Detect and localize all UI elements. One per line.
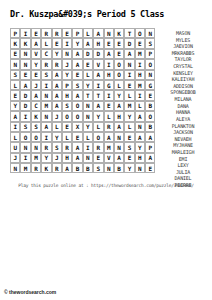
grid-cell[interactable]: S xyxy=(145,38,155,48)
grid-cell[interactable]: E xyxy=(52,38,62,48)
grid-cell[interactable]: A xyxy=(31,90,41,100)
grid-cell[interactable]: A xyxy=(135,132,145,142)
grid-cell[interactable]: E xyxy=(104,101,114,111)
word-list-item: HANNA xyxy=(156,109,210,116)
grid-cell[interactable]: M xyxy=(20,163,30,173)
grid-cell[interactable]: Y xyxy=(10,101,20,111)
grid-cell[interactable]: Y xyxy=(31,59,41,69)
grid-cell[interactable]: Y xyxy=(83,122,93,132)
grid-cell[interactable]: E xyxy=(114,49,124,59)
grid-cell[interactable]: N xyxy=(20,59,30,69)
grid-cell[interactable]: H xyxy=(104,70,114,80)
grid-cell[interactable]: A xyxy=(72,90,82,100)
grid-cell[interactable]: N xyxy=(135,122,145,132)
grid-cell[interactable]: V xyxy=(104,153,114,163)
grid-cell[interactable]: M xyxy=(41,101,51,111)
grid-cell[interactable]: N xyxy=(114,142,124,152)
word-list-item: MARLEIGH xyxy=(156,149,210,156)
grid-cell[interactable]: O xyxy=(145,111,155,121)
grid-cell[interactable]: B xyxy=(145,101,155,111)
grid-cell[interactable]: N xyxy=(41,90,51,100)
grid-cell[interactable]: H xyxy=(62,90,72,100)
grid-cell[interactable]: R xyxy=(52,28,62,38)
grid-cell[interactable]: T xyxy=(93,90,103,100)
grid-cell[interactable]: A xyxy=(52,80,62,90)
grid-cell[interactable]: H xyxy=(135,153,145,163)
word-list-item: PLANKTON xyxy=(156,123,210,130)
grid-cell[interactable]: N xyxy=(104,28,114,38)
grid-cell[interactable]: I xyxy=(20,111,30,121)
grid-cell[interactable]: G xyxy=(145,80,155,90)
grid-cell[interactable]: E xyxy=(72,132,82,142)
grid-cell[interactable]: A xyxy=(10,111,20,121)
grid-cell[interactable]: A xyxy=(83,38,93,48)
grid-cell[interactable]: J xyxy=(31,80,41,90)
grid-cell[interactable]: Y xyxy=(124,111,134,121)
grid-cell[interactable]: O xyxy=(20,132,30,142)
grid-cell[interactable]: I xyxy=(62,38,72,48)
grid-cell[interactable]: D xyxy=(20,101,30,111)
grid-cell[interactable]: A xyxy=(20,80,30,90)
grid-cell[interactable]: N xyxy=(83,153,93,163)
grid-cell[interactable]: B xyxy=(83,163,93,173)
grid-cell[interactable]: S xyxy=(31,122,41,132)
grid-cell[interactable]: I xyxy=(104,90,114,100)
grid-cell[interactable]: L xyxy=(41,38,51,48)
grid-cell[interactable]: E xyxy=(62,122,72,132)
grid-cell[interactable]: Y xyxy=(52,132,62,142)
grid-cell[interactable]: A xyxy=(145,132,155,142)
grid-cell[interactable]: M xyxy=(104,142,114,152)
grid-cell[interactable]: H xyxy=(114,111,124,121)
grid-cell[interactable]: N xyxy=(10,163,20,173)
grid-cell[interactable]: A xyxy=(93,101,103,111)
grid-cell[interactable]: R xyxy=(31,163,41,173)
grid-cell[interactable]: N xyxy=(145,28,155,38)
grid-cell[interactable]: A xyxy=(93,70,103,80)
grid-cell[interactable]: A xyxy=(62,163,72,173)
grid-cell[interactable]: A xyxy=(135,111,145,121)
grid-cell[interactable]: I xyxy=(93,80,103,90)
grid-cell[interactable]: A xyxy=(52,90,62,100)
grid-cell[interactable]: E xyxy=(72,70,82,80)
grid-cell[interactable]: S xyxy=(124,142,134,152)
grid-cell[interactable]: I xyxy=(41,132,51,142)
grid-cell[interactable]: J xyxy=(10,153,20,163)
grid-cell[interactable]: E xyxy=(10,49,20,59)
grid-cell[interactable]: S xyxy=(62,101,72,111)
grid-cell[interactable]: X xyxy=(72,122,82,132)
grid-cell[interactable]: I xyxy=(20,28,30,38)
grid-cell[interactable]: S xyxy=(72,80,82,90)
grid-cell[interactable]: J xyxy=(52,111,62,121)
grid-cell[interactable]: I xyxy=(10,122,20,132)
grid-cell[interactable]: Y xyxy=(83,80,93,90)
grid-cell[interactable]: T xyxy=(83,90,93,100)
grid-cell[interactable]: A xyxy=(31,38,41,48)
grid-cell[interactable]: H xyxy=(62,153,72,163)
grid-cell[interactable]: S xyxy=(93,163,103,173)
grid-cell[interactable]: O xyxy=(114,70,124,80)
grid-cell[interactable]: P xyxy=(72,28,82,38)
word-list-item: ADDISON xyxy=(156,83,210,90)
grid-cell[interactable]: Y xyxy=(114,90,124,100)
grid-cell[interactable]: N xyxy=(135,163,145,173)
grid-cell[interactable]: L xyxy=(114,80,124,90)
word-list-item: MYJHANE xyxy=(156,142,210,149)
word-list-item: LEXY xyxy=(156,162,210,169)
grid-cell[interactable]: N xyxy=(20,142,30,152)
grid-cell[interactable]: Y xyxy=(72,38,82,48)
grid-cell[interactable]: B xyxy=(145,122,155,132)
word-list-item: MASON xyxy=(156,30,210,37)
grid-cell[interactable]: P xyxy=(145,49,155,59)
grid-cell[interactable]: I xyxy=(20,153,30,163)
grid-cell[interactable]: O xyxy=(114,59,124,69)
grid-cell[interactable]: E xyxy=(93,153,103,163)
grid-cell[interactable]: N xyxy=(31,142,41,152)
grid-cell[interactable]: R xyxy=(104,122,114,132)
grid-cell[interactable]: L xyxy=(104,111,114,121)
grid-cell[interactable]: K xyxy=(31,111,41,121)
grid-cell[interactable]: B xyxy=(114,163,124,173)
grid-cell[interactable]: S xyxy=(20,122,30,132)
grid-cell[interactable]: H xyxy=(135,70,145,80)
grid-cell[interactable]: A xyxy=(145,153,155,163)
grid-cell[interactable]: E xyxy=(83,59,93,69)
grid-cell[interactable]: Y xyxy=(62,70,72,80)
grid-cell[interactable]: A xyxy=(104,49,114,59)
grid-cell[interactable]: O xyxy=(135,28,145,38)
word-list-item: DANIEL xyxy=(156,175,210,182)
word-list-item: JAEVION xyxy=(156,43,210,50)
grid-cell[interactable]: E xyxy=(31,70,41,80)
word-list-item: TAYLOR xyxy=(156,56,210,63)
grid-cell[interactable]: R xyxy=(52,59,62,69)
grid-cell[interactable]: A xyxy=(114,153,124,163)
grid-cell[interactable]: I xyxy=(135,90,145,100)
grid-cell[interactable]: R xyxy=(62,142,72,152)
grid-cell[interactable]: L xyxy=(10,80,20,90)
grid-cell[interactable]: I xyxy=(41,80,51,90)
grid-cell[interactable]: N xyxy=(83,101,93,111)
grid-cell[interactable]: C xyxy=(41,49,51,59)
grid-cell[interactable]: N xyxy=(124,59,134,69)
word-list-item: JACKSON xyxy=(156,129,210,136)
grid-cell[interactable]: I xyxy=(135,59,145,69)
grid-cell[interactable]: M xyxy=(31,153,41,163)
grid-cell[interactable]: B xyxy=(72,163,82,173)
grid-cell[interactable]: E xyxy=(104,38,114,48)
grid-cell[interactable]: K xyxy=(20,38,30,48)
grid-cell[interactable]: S xyxy=(52,142,62,152)
grid-cell[interactable]: N xyxy=(114,132,124,142)
grid-cell[interactable]: P xyxy=(62,80,72,90)
grid-cell[interactable]: A xyxy=(104,132,114,142)
word-list-item: MYLES xyxy=(156,37,210,44)
grid-cell[interactable]: E xyxy=(10,90,20,100)
grid-cell[interactable]: R xyxy=(41,142,51,152)
word-list-item: SPONGEBOB xyxy=(156,89,210,96)
grid-cell[interactable]: P xyxy=(10,28,20,38)
grid-cell[interactable]: U xyxy=(10,142,20,152)
grid-cell[interactable]: E xyxy=(145,90,155,100)
grid-cell[interactable]: E xyxy=(31,28,41,38)
grid-cell[interactable]: A xyxy=(114,101,124,111)
grid-cell[interactable]: A xyxy=(114,122,124,132)
grid-cell[interactable]: O xyxy=(72,101,82,111)
grid-cell[interactable]: R xyxy=(52,163,62,173)
grid-cell[interactable]: A xyxy=(72,59,82,69)
grid-cell[interactable]: A xyxy=(124,49,134,59)
grid-cell[interactable]: Y xyxy=(52,49,62,59)
grid-cell[interactable]: I xyxy=(83,142,93,152)
grid-cell[interactable]: C xyxy=(31,101,41,111)
word-list-item: JULIA xyxy=(156,169,210,176)
grid-cell[interactable]: M xyxy=(135,49,145,59)
puzzle-page: Dr. Kuszpa&#039;s Period 5 Class PIERREP… xyxy=(0,0,212,300)
grid-cell[interactable]: A xyxy=(72,49,82,59)
grid-cell[interactable]: V xyxy=(31,49,41,59)
word-list-item: CRYSTAL xyxy=(156,63,210,70)
grid-cell[interactable]: A xyxy=(41,122,51,132)
grid-cell[interactable]: K xyxy=(10,38,20,48)
grid-cell[interactable]: H xyxy=(93,38,103,48)
word-list-item: KALEIYAH xyxy=(156,76,210,83)
grid-cell[interactable]: O xyxy=(145,59,155,69)
word-search-grid: PIERREPLANKTONKKALEIYAHEEDESENVCYNADDAEA… xyxy=(10,28,155,173)
grid-cell[interactable]: E xyxy=(62,28,72,38)
word-list-item: DANA xyxy=(156,103,210,110)
grid-cell[interactable]: L xyxy=(83,70,93,80)
grid-cell[interactable]: A xyxy=(72,153,82,163)
grid-cell[interactable]: N xyxy=(62,49,72,59)
grid-cell[interactable]: O xyxy=(93,132,103,142)
grid-cell[interactable]: A xyxy=(72,142,82,152)
grid-cell[interactable]: L xyxy=(83,28,93,38)
grid-cell[interactable]: E xyxy=(124,153,134,163)
grid-cell[interactable]: L xyxy=(10,132,20,142)
grid-cell[interactable]: L xyxy=(83,132,93,142)
grid-cell[interactable]: E xyxy=(135,38,145,48)
word-list-item: KENSLEY xyxy=(156,70,210,77)
grid-cell[interactable]: A xyxy=(93,28,103,38)
word-list-item: EMI xyxy=(156,156,210,163)
grid-cell[interactable]: R xyxy=(93,142,103,152)
grid-cell[interactable]: D xyxy=(83,49,93,59)
grid-cell[interactable]: L xyxy=(135,101,145,111)
grid-cell[interactable]: P xyxy=(145,142,155,152)
grid-cell[interactable]: L xyxy=(93,122,103,132)
grid-cell[interactable]: D xyxy=(93,49,103,59)
grid-cell[interactable]: I xyxy=(124,70,134,80)
grid-cell[interactable]: L xyxy=(62,132,72,142)
word-list-item: ALEYA xyxy=(156,116,210,123)
word-list-item: MRKRABBS xyxy=(156,50,210,57)
grid-cell[interactable]: L xyxy=(124,90,134,100)
grid-cell[interactable]: J xyxy=(62,59,72,69)
grid-cell[interactable]: L xyxy=(124,122,134,132)
word-list: MASONMYLESJAEVIONMRKRABBSTAYLORCRYSTALKE… xyxy=(156,30,210,189)
grid-cell[interactable]: V xyxy=(93,59,103,69)
grid-cell[interactable]: Y xyxy=(135,142,145,152)
page-title: Dr. Kuszpa&#039;s Period 5 Class xyxy=(10,9,164,19)
grid-cell[interactable]: E xyxy=(124,80,134,90)
grid-cell[interactable]: K xyxy=(41,163,51,173)
grid-cell[interactable]: N xyxy=(20,49,30,59)
grid-cell[interactable]: N xyxy=(41,111,51,121)
grid-cell[interactable]: N xyxy=(104,163,114,173)
grid-cell[interactable]: Y xyxy=(41,153,51,163)
grid-cell[interactable]: S xyxy=(10,70,20,80)
grid-cell[interactable]: N xyxy=(10,59,20,69)
grid-cell[interactable]: E xyxy=(124,132,134,142)
word-list-item: MILANA xyxy=(156,96,210,103)
grid-cell[interactable]: A xyxy=(52,70,62,80)
grid-cell[interactable]: R xyxy=(41,59,51,69)
grid-cell[interactable]: K xyxy=(114,28,124,38)
grid-cell[interactable]: Y xyxy=(93,111,103,121)
grid-cell[interactable]: G xyxy=(104,80,114,90)
grid-cell[interactable]: L xyxy=(52,122,62,132)
grid-cell[interactable]: E xyxy=(145,163,155,173)
grid-cell[interactable]: O xyxy=(72,111,82,121)
word-list-item: NEVAEH xyxy=(156,136,210,143)
play-online-text: Play this puzzle online at : https://the… xyxy=(0,183,212,188)
grid-cell[interactable]: D xyxy=(124,38,134,48)
grid-cell[interactable]: E xyxy=(20,70,30,80)
grid-cell[interactable]: O xyxy=(31,132,41,142)
grid-cell[interactable]: O xyxy=(62,111,72,121)
grid-cell[interactable]: T xyxy=(124,28,134,38)
grid-cell[interactable]: I xyxy=(104,59,114,69)
grid-cell[interactable]: A xyxy=(52,101,62,111)
grid-cell[interactable]: S xyxy=(41,70,51,80)
grid-cell[interactable]: M xyxy=(135,80,145,90)
grid-cell[interactable]: N xyxy=(83,111,93,121)
grid-cell[interactable]: M xyxy=(124,101,134,111)
grid-cell[interactable]: Y xyxy=(124,163,134,173)
grid-cell[interactable]: J xyxy=(52,153,62,163)
copyright-text: © thewordsearch.com xyxy=(4,289,56,295)
grid-cell[interactable]: E xyxy=(114,38,124,48)
grid-cell[interactable]: R xyxy=(41,28,51,38)
grid-cell[interactable]: N xyxy=(145,70,155,80)
grid-cell[interactable]: D xyxy=(20,90,30,100)
